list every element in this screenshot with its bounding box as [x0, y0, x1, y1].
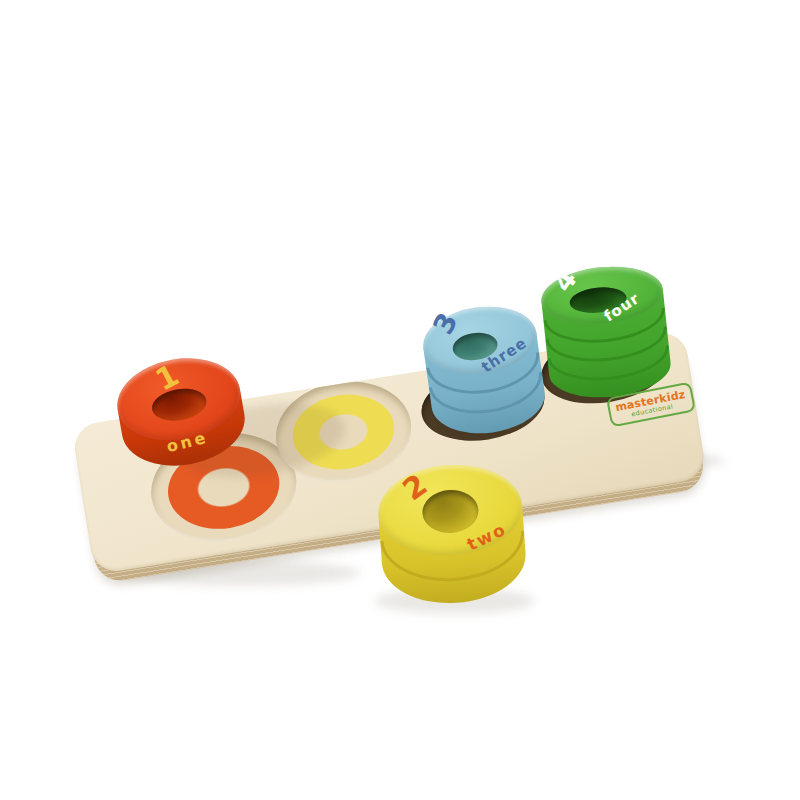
- ring-stack-4-green: 4 four: [539, 261, 674, 403]
- ring-piece-1-red: 1 one: [111, 349, 252, 475]
- ring-1-number-label: 1: [151, 360, 184, 396]
- ring-4-number-label: 4: [548, 265, 581, 296]
- ring-stack-3-blue: 3 three: [419, 300, 549, 441]
- ring-3-number-label: 3: [429, 309, 463, 339]
- ring-stack-2-yellow: 2 two: [375, 460, 528, 608]
- product-photo: masterkidz educational 4 four 3 thre: [0, 0, 800, 800]
